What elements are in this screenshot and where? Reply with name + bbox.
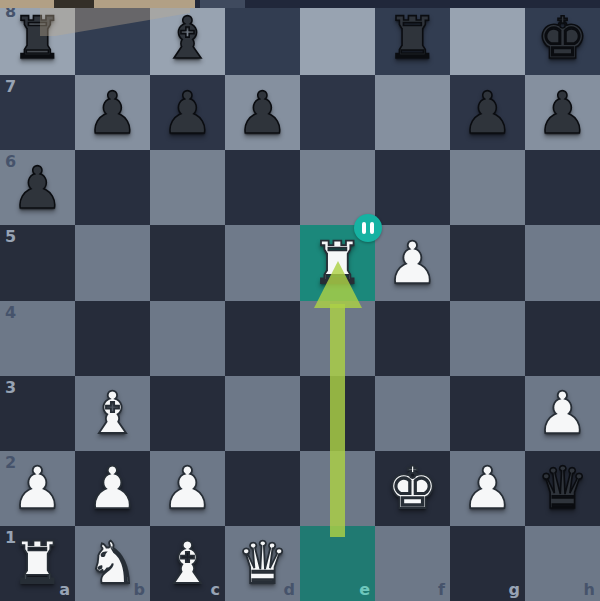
square-g8[interactable] (450, 0, 525, 75)
square-g5[interactable] (450, 225, 525, 300)
square-d8[interactable] (225, 0, 300, 75)
move-arrow-shaft (330, 304, 345, 537)
background-art-tan (0, 0, 195, 8)
pause-badge-icon[interactable] (354, 214, 382, 242)
rank-label-7: 7 (5, 79, 16, 95)
square-b1[interactable]: b♞ (75, 526, 150, 601)
black-rook[interactable]: ♜ (375, 0, 450, 75)
background-art-slant (200, 0, 245, 8)
square-h2[interactable]: ♛ (525, 451, 600, 526)
square-h7[interactable]: ♟ (525, 75, 600, 150)
white-pawn[interactable]: ♟ (450, 451, 525, 526)
square-f3[interactable] (375, 376, 450, 451)
white-pawn[interactable]: ♟ (75, 451, 150, 526)
square-c6[interactable] (150, 150, 225, 225)
square-h1[interactable]: h (525, 526, 600, 601)
square-a5[interactable]: 5 (0, 225, 75, 300)
square-f2[interactable]: ♚ (375, 451, 450, 526)
background-art-dark-blob (54, 0, 94, 8)
square-a2[interactable]: 2♟ (0, 451, 75, 526)
white-rook[interactable]: ♜ (0, 526, 75, 601)
square-h5[interactable] (525, 225, 600, 300)
square-g3[interactable] (450, 376, 525, 451)
square-c5[interactable] (150, 225, 225, 300)
file-label-f: f (438, 582, 445, 598)
square-d6[interactable] (225, 150, 300, 225)
square-a6[interactable]: 6♟ (0, 150, 75, 225)
white-pawn[interactable]: ♟ (525, 376, 600, 451)
square-c7[interactable]: ♟ (150, 75, 225, 150)
white-pawn[interactable]: ♟ (0, 451, 75, 526)
square-b6[interactable] (75, 150, 150, 225)
square-b7[interactable]: ♟ (75, 75, 150, 150)
black-rook[interactable]: ♜ (0, 0, 75, 75)
black-pawn[interactable]: ♟ (75, 75, 150, 150)
file-label-h: h (584, 582, 595, 598)
square-h4[interactable] (525, 301, 600, 376)
square-a7[interactable]: 7 (0, 75, 75, 150)
square-h3[interactable]: ♟ (525, 376, 600, 451)
square-b3[interactable]: ♝ (75, 376, 150, 451)
black-pawn[interactable]: ♟ (525, 75, 600, 150)
square-g4[interactable] (450, 301, 525, 376)
square-f4[interactable] (375, 301, 450, 376)
square-c2[interactable]: ♟ (150, 451, 225, 526)
pause-bar-right (370, 222, 374, 234)
black-bishop[interactable]: ♝ (150, 0, 225, 75)
black-queen[interactable]: ♛ (525, 451, 600, 526)
square-d3[interactable] (225, 376, 300, 451)
square-h8[interactable]: ♚ (525, 0, 600, 75)
square-a1[interactable]: 1a♜ (0, 526, 75, 601)
black-king[interactable]: ♚ (525, 0, 600, 75)
square-f7[interactable] (375, 75, 450, 150)
square-f6[interactable] (375, 150, 450, 225)
square-c3[interactable] (150, 376, 225, 451)
square-d4[interactable] (225, 301, 300, 376)
square-f1[interactable]: f (375, 526, 450, 601)
background-strip (0, 0, 600, 8)
square-d7[interactable]: ♟ (225, 75, 300, 150)
square-f5[interactable]: ♟ (375, 225, 450, 300)
white-queen[interactable]: ♛ (225, 526, 300, 601)
white-knight[interactable]: ♞ (75, 526, 150, 601)
square-b5[interactable] (75, 225, 150, 300)
file-label-g: g (509, 582, 520, 598)
square-f8[interactable]: ♜ (375, 0, 450, 75)
black-pawn[interactable]: ♟ (450, 75, 525, 150)
square-e1[interactable]: e (300, 526, 375, 601)
white-king[interactable]: ♚ (375, 451, 450, 526)
square-b8[interactable] (75, 0, 150, 75)
square-a3[interactable]: 3 (0, 376, 75, 451)
square-b4[interactable] (75, 301, 150, 376)
chess-board: 8♜♝♜♚7♟♟♟♟♟6♟5♜♟43♝♟2♟♟♟♚♟♛1a♜b♞c♝d♛efgh (0, 0, 600, 601)
file-label-e: e (359, 582, 370, 598)
chess-app-stage: 8♜♝♜♚7♟♟♟♟♟6♟5♜♟43♝♟2♟♟♟♚♟♛1a♜b♞c♝d♛efgh (0, 0, 600, 601)
square-b2[interactable]: ♟ (75, 451, 150, 526)
square-g7[interactable]: ♟ (450, 75, 525, 150)
square-e8[interactable] (300, 0, 375, 75)
square-a8[interactable]: 8♜ (0, 0, 75, 75)
rank-label-3: 3 (5, 380, 16, 396)
rank-label-5: 5 (5, 229, 16, 245)
white-bishop[interactable]: ♝ (150, 526, 225, 601)
square-e7[interactable] (300, 75, 375, 150)
black-pawn[interactable]: ♟ (150, 75, 225, 150)
square-c8[interactable]: ♝ (150, 0, 225, 75)
square-d5[interactable] (225, 225, 300, 300)
move-arrow-head (314, 261, 362, 308)
square-g1[interactable]: g (450, 526, 525, 601)
rank-label-4: 4 (5, 305, 16, 321)
white-pawn[interactable]: ♟ (375, 225, 450, 300)
white-pawn[interactable]: ♟ (150, 451, 225, 526)
black-pawn[interactable]: ♟ (0, 150, 75, 225)
black-pawn[interactable]: ♟ (225, 75, 300, 150)
square-c1[interactable]: c♝ (150, 526, 225, 601)
square-c4[interactable] (150, 301, 225, 376)
square-d1[interactable]: d♛ (225, 526, 300, 601)
square-a4[interactable]: 4 (0, 301, 75, 376)
square-h6[interactable] (525, 150, 600, 225)
white-bishop[interactable]: ♝ (75, 376, 150, 451)
square-g2[interactable]: ♟ (450, 451, 525, 526)
pause-bar-left (362, 222, 366, 234)
square-g6[interactable] (450, 150, 525, 225)
square-d2[interactable] (225, 451, 300, 526)
